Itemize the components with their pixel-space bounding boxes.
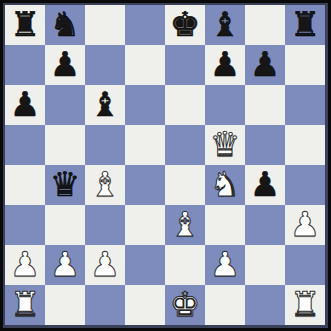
white-bishop-c4[interactable]: ♝ <box>90 167 120 201</box>
square-d4[interactable] <box>125 165 165 205</box>
black-pawn-g7[interactable]: ♟ <box>250 47 280 81</box>
white-king-e1[interactable]: ♚ <box>170 287 200 321</box>
square-c1[interactable] <box>85 285 125 325</box>
square-f2[interactable]: ♟ <box>205 245 245 285</box>
black-pawn-b7[interactable]: ♟ <box>50 47 80 81</box>
square-a4[interactable] <box>5 165 45 205</box>
square-a8[interactable]: ♜ <box>5 5 45 45</box>
square-e5[interactable] <box>165 125 205 165</box>
square-b8[interactable]: ♞ <box>45 5 85 45</box>
chess-board-outer-frame: ♜♞♚♝♜♟♟♟♟♝♛♛♝♞♟♝♟♟♟♟♟♜♚♜ <box>0 0 331 331</box>
square-g1[interactable] <box>245 285 285 325</box>
square-c4[interactable]: ♝ <box>85 165 125 205</box>
square-a3[interactable] <box>5 205 45 245</box>
white-knight-f4[interactable]: ♞ <box>210 167 240 201</box>
black-rook-a8[interactable]: ♜ <box>10 7 40 41</box>
square-f6[interactable] <box>205 85 245 125</box>
square-h6[interactable] <box>285 85 325 125</box>
square-c6[interactable]: ♝ <box>85 85 125 125</box>
white-bishop-e3[interactable]: ♝ <box>170 207 200 241</box>
square-c2[interactable]: ♟ <box>85 245 125 285</box>
white-rook-h1[interactable]: ♜ <box>290 287 320 321</box>
square-c5[interactable] <box>85 125 125 165</box>
black-rook-h8[interactable]: ♜ <box>290 7 320 41</box>
square-g6[interactable] <box>245 85 285 125</box>
square-a7[interactable] <box>5 45 45 85</box>
square-d3[interactable] <box>125 205 165 245</box>
white-pawn-b2[interactable]: ♟ <box>50 247 80 281</box>
square-f4[interactable]: ♞ <box>205 165 245 205</box>
black-king-e8[interactable]: ♚ <box>170 7 200 41</box>
square-f8[interactable]: ♝ <box>205 5 245 45</box>
square-d5[interactable] <box>125 125 165 165</box>
square-f3[interactable] <box>205 205 245 245</box>
square-b3[interactable] <box>45 205 85 245</box>
black-bishop-c6[interactable]: ♝ <box>90 87 120 121</box>
square-b1[interactable] <box>45 285 85 325</box>
white-queen-f5[interactable]: ♛ <box>210 127 240 161</box>
square-g7[interactable]: ♟ <box>245 45 285 85</box>
square-h7[interactable] <box>285 45 325 85</box>
square-d1[interactable] <box>125 285 165 325</box>
black-queen-b4[interactable]: ♛ <box>50 167 80 201</box>
white-pawn-c2[interactable]: ♟ <box>90 247 120 281</box>
square-d2[interactable] <box>125 245 165 285</box>
square-h4[interactable] <box>285 165 325 205</box>
square-e2[interactable] <box>165 245 205 285</box>
square-c7[interactable] <box>85 45 125 85</box>
square-h8[interactable]: ♜ <box>285 5 325 45</box>
square-b6[interactable] <box>45 85 85 125</box>
square-f1[interactable] <box>205 285 245 325</box>
square-e8[interactable]: ♚ <box>165 5 205 45</box>
square-f7[interactable]: ♟ <box>205 45 245 85</box>
square-c8[interactable] <box>85 5 125 45</box>
square-b5[interactable] <box>45 125 85 165</box>
black-pawn-f7[interactable]: ♟ <box>210 47 240 81</box>
chess-board-inner-frame: ♜♞♚♝♜♟♟♟♟♝♛♛♝♞♟♝♟♟♟♟♟♜♚♜ <box>3 3 328 328</box>
square-b7[interactable]: ♟ <box>45 45 85 85</box>
square-g5[interactable] <box>245 125 285 165</box>
square-a5[interactable] <box>5 125 45 165</box>
square-e1[interactable]: ♚ <box>165 285 205 325</box>
square-d7[interactable] <box>125 45 165 85</box>
white-rook-a1[interactable]: ♜ <box>10 287 40 321</box>
white-pawn-f2[interactable]: ♟ <box>210 247 240 281</box>
square-a2[interactable]: ♟ <box>5 245 45 285</box>
square-a1[interactable]: ♜ <box>5 285 45 325</box>
square-h3[interactable]: ♟ <box>285 205 325 245</box>
square-f5[interactable]: ♛ <box>205 125 245 165</box>
square-e6[interactable] <box>165 85 205 125</box>
square-e3[interactable]: ♝ <box>165 205 205 245</box>
square-b2[interactable]: ♟ <box>45 245 85 285</box>
white-pawn-h3[interactable]: ♟ <box>290 207 320 241</box>
black-knight-b8[interactable]: ♞ <box>50 7 80 41</box>
square-h5[interactable] <box>285 125 325 165</box>
square-e7[interactable] <box>165 45 205 85</box>
square-g8[interactable] <box>245 5 285 45</box>
chess-board: ♜♞♚♝♜♟♟♟♟♝♛♛♝♞♟♝♟♟♟♟♟♜♚♜ <box>5 5 325 325</box>
square-a6[interactable]: ♟ <box>5 85 45 125</box>
square-b4[interactable]: ♛ <box>45 165 85 205</box>
square-g4[interactable]: ♟ <box>245 165 285 205</box>
square-d8[interactable] <box>125 5 165 45</box>
square-h1[interactable]: ♜ <box>285 285 325 325</box>
white-pawn-a2[interactable]: ♟ <box>10 247 40 281</box>
square-h2[interactable] <box>285 245 325 285</box>
square-g3[interactable] <box>245 205 285 245</box>
square-g2[interactable] <box>245 245 285 285</box>
square-c3[interactable] <box>85 205 125 245</box>
black-pawn-g4[interactable]: ♟ <box>250 167 280 201</box>
black-pawn-a6[interactable]: ♟ <box>10 87 40 121</box>
black-bishop-f8[interactable]: ♝ <box>210 7 240 41</box>
square-e4[interactable] <box>165 165 205 205</box>
square-d6[interactable] <box>125 85 165 125</box>
